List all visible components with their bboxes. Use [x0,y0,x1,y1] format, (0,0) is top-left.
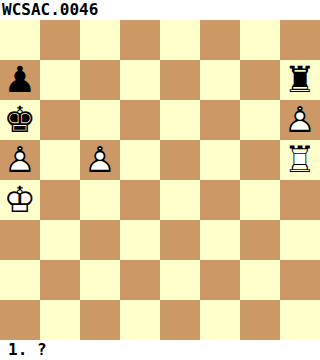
chess-puzzle-page: WCSAC.0046 ♟♜♚♟♙♟♙♟♙♜♖♚♔ 1. ? [0,0,320,360]
square-c5[interactable]: ♟♙ [80,140,120,180]
square-d4[interactable] [120,180,160,220]
square-g4[interactable] [240,180,280,220]
square-d6[interactable] [120,100,160,140]
square-h2[interactable] [280,260,320,300]
chess-board: ♟♜♚♟♙♟♙♟♙♜♖♚♔ [0,20,320,340]
square-b7[interactable] [40,60,80,100]
white-pawn: ♟♙ [0,140,40,180]
white-pawn: ♟♙ [80,140,120,180]
square-h5[interactable]: ♜♖ [280,140,320,180]
white-rook: ♜♖ [280,140,320,180]
move-prompt: 1. ? [0,340,320,360]
white-pawn-outline: ♙ [80,140,120,180]
square-h8[interactable] [280,20,320,60]
black-rook: ♜ [280,60,320,100]
square-f4[interactable] [200,180,240,220]
square-f5[interactable] [200,140,240,180]
square-h4[interactable] [280,180,320,220]
square-g6[interactable] [240,100,280,140]
square-e4[interactable] [160,180,200,220]
square-b2[interactable] [40,260,80,300]
square-e5[interactable] [160,140,200,180]
square-f1[interactable] [200,300,240,340]
white-king-outline: ♔ [0,180,40,220]
square-e8[interactable] [160,20,200,60]
square-b1[interactable] [40,300,80,340]
square-a6[interactable]: ♚ [0,100,40,140]
square-c3[interactable] [80,220,120,260]
square-e2[interactable] [160,260,200,300]
square-e6[interactable] [160,100,200,140]
white-rook-outline: ♖ [280,140,320,180]
white-pawn: ♟♙ [280,100,320,140]
square-h1[interactable] [280,300,320,340]
square-a5[interactable]: ♟♙ [0,140,40,180]
black-king-glyph: ♚ [0,100,40,140]
square-c2[interactable] [80,260,120,300]
white-king: ♚♔ [0,180,40,220]
square-e7[interactable] [160,60,200,100]
square-h7[interactable]: ♜ [280,60,320,100]
square-f2[interactable] [200,260,240,300]
square-d2[interactable] [120,260,160,300]
white-pawn-outline: ♙ [0,140,40,180]
square-c6[interactable] [80,100,120,140]
black-pawn-glyph: ♟ [0,60,40,100]
square-e1[interactable] [160,300,200,340]
square-f6[interactable] [200,100,240,140]
square-c4[interactable] [80,180,120,220]
square-a7[interactable]: ♟ [0,60,40,100]
white-pawn-outline: ♙ [280,100,320,140]
square-c1[interactable] [80,300,120,340]
square-d7[interactable] [120,60,160,100]
square-a8[interactable] [0,20,40,60]
square-b8[interactable] [40,20,80,60]
square-d3[interactable] [120,220,160,260]
square-b3[interactable] [40,220,80,260]
square-d1[interactable] [120,300,160,340]
square-g7[interactable] [240,60,280,100]
square-b6[interactable] [40,100,80,140]
square-f7[interactable] [200,60,240,100]
puzzle-id: WCSAC.0046 [0,0,320,20]
square-a2[interactable] [0,260,40,300]
black-pawn: ♟ [0,60,40,100]
square-a1[interactable] [0,300,40,340]
square-g8[interactable] [240,20,280,60]
square-a4[interactable]: ♚♔ [0,180,40,220]
square-h6[interactable]: ♟♙ [280,100,320,140]
square-b4[interactable] [40,180,80,220]
square-d8[interactable] [120,20,160,60]
square-f3[interactable] [200,220,240,260]
square-g1[interactable] [240,300,280,340]
square-h3[interactable] [280,220,320,260]
black-king: ♚ [0,100,40,140]
square-g3[interactable] [240,220,280,260]
square-c7[interactable] [80,60,120,100]
square-c8[interactable] [80,20,120,60]
black-rook-glyph: ♜ [280,60,320,100]
square-g2[interactable] [240,260,280,300]
square-d5[interactable] [120,140,160,180]
square-a3[interactable] [0,220,40,260]
square-b5[interactable] [40,140,80,180]
square-e3[interactable] [160,220,200,260]
square-f8[interactable] [200,20,240,60]
square-g5[interactable] [240,140,280,180]
